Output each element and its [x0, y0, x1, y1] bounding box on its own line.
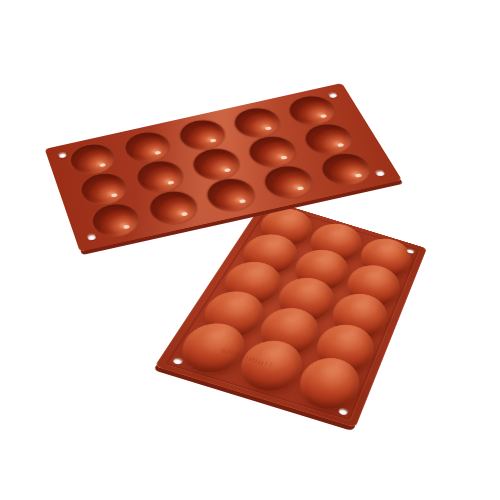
cavity	[88, 200, 144, 241]
cavity	[244, 133, 302, 171]
cavity	[175, 117, 230, 154]
cavity	[77, 170, 131, 209]
cavity	[229, 105, 285, 141]
cavity	[202, 175, 261, 215]
corner-hole	[58, 152, 67, 158]
corner-hole	[328, 92, 338, 98]
product-photo: silikomart SF 005	[0, 0, 500, 500]
cavity	[259, 162, 319, 202]
cavity	[284, 93, 342, 129]
cavity-grid	[45, 83, 342, 149]
cavity	[66, 141, 119, 178]
front-mold: silikomart SF 005	[155, 199, 427, 428]
cavity	[145, 188, 202, 228]
dome-grid	[265, 199, 427, 248]
cavity	[121, 129, 175, 166]
cavity	[133, 157, 188, 196]
cavity	[188, 145, 245, 183]
cavity	[299, 120, 358, 158]
cavity	[316, 150, 377, 189]
corner-hole	[87, 234, 97, 241]
corner-hole	[375, 170, 386, 177]
